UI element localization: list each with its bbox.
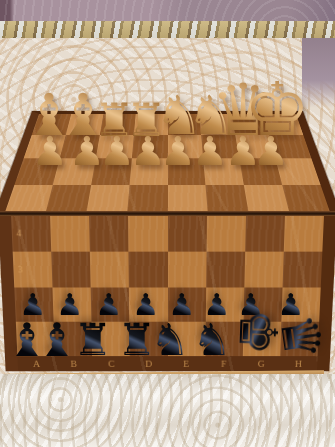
square-h1[interactable] [280, 322, 319, 356]
square-e6[interactable] [168, 158, 206, 184]
square-b3[interactable] [51, 251, 91, 287]
square-c4[interactable] [89, 215, 129, 251]
board-far-half [0, 111, 335, 215]
square-c7[interactable] [96, 135, 134, 158]
square-h4[interactable] [284, 215, 324, 251]
square-h8[interactable] [264, 114, 303, 135]
near-half-squares [11, 215, 324, 356]
file-label-h: H [280, 357, 318, 370]
wallpaper-shadow-right [302, 38, 335, 108]
square-h7[interactable] [269, 135, 311, 158]
square-b2[interactable] [53, 287, 92, 322]
board-near-half: ABCDEFGH 4 3 [0, 215, 335, 371]
square-f6[interactable] [203, 158, 244, 184]
square-f2[interactable] [205, 287, 244, 322]
square-a2[interactable] [14, 287, 53, 322]
square-c2[interactable] [91, 287, 130, 322]
file-letter-labels: ABCDEFGH [17, 357, 317, 370]
file-label-c: C [92, 357, 130, 370]
square-a1[interactable] [16, 322, 55, 356]
square-e4[interactable] [168, 215, 207, 251]
square-g8[interactable] [232, 114, 270, 135]
square-a8[interactable] [32, 114, 71, 135]
square-c3[interactable] [90, 251, 129, 287]
rank-label-3: 3 [15, 264, 25, 274]
square-d6[interactable] [129, 158, 167, 184]
square-c1[interactable] [92, 322, 130, 356]
square-f7[interactable] [201, 135, 239, 158]
square-f3[interactable] [206, 251, 245, 287]
square-e3[interactable] [168, 251, 207, 287]
wallpaper-gold-trim-band [0, 21, 335, 38]
square-c6[interactable] [91, 158, 132, 184]
square-f4[interactable] [206, 215, 246, 251]
square-h6[interactable] [275, 158, 320, 184]
far-half-squares [4, 114, 331, 215]
square-b6[interactable] [53, 158, 96, 184]
square-d3[interactable] [129, 251, 168, 287]
square-e7[interactable] [168, 135, 204, 158]
square-b7[interactable] [60, 135, 100, 158]
square-f8[interactable] [200, 114, 236, 135]
file-label-g: G [242, 357, 280, 370]
wallpaper-upper-mauve [0, 0, 335, 22]
square-d1[interactable] [130, 322, 168, 356]
file-label-f: F [205, 357, 243, 370]
lace-tablecloth [0, 374, 335, 447]
file-label-a: A [17, 357, 55, 370]
square-e8[interactable] [168, 114, 202, 135]
square-h2[interactable] [281, 287, 320, 322]
square-d7[interactable] [132, 135, 168, 158]
square-g1[interactable] [243, 322, 282, 356]
square-d4[interactable] [128, 215, 167, 251]
rank-label-4: 4 [14, 228, 24, 239]
photo-of-chess-set: { "scene": { "type": "overhead photo of … [0, 0, 335, 447]
square-b8[interactable] [66, 114, 104, 135]
square-g3[interactable] [244, 251, 284, 287]
square-h3[interactable] [282, 251, 322, 287]
file-label-b: B [55, 357, 93, 370]
square-g2[interactable] [243, 287, 282, 322]
square-e1[interactable] [168, 322, 206, 356]
square-g4[interactable] [245, 215, 285, 251]
square-b4[interactable] [50, 215, 90, 251]
square-c8[interactable] [100, 114, 136, 135]
square-d2[interactable] [129, 287, 167, 322]
board-hinge-fold [0, 211, 335, 216]
square-f1[interactable] [205, 322, 243, 356]
square-e2[interactable] [168, 287, 206, 322]
square-d8[interactable] [134, 114, 168, 135]
file-label-d: D [130, 357, 168, 370]
square-b1[interactable] [54, 322, 93, 356]
file-label-e: E [168, 357, 206, 370]
